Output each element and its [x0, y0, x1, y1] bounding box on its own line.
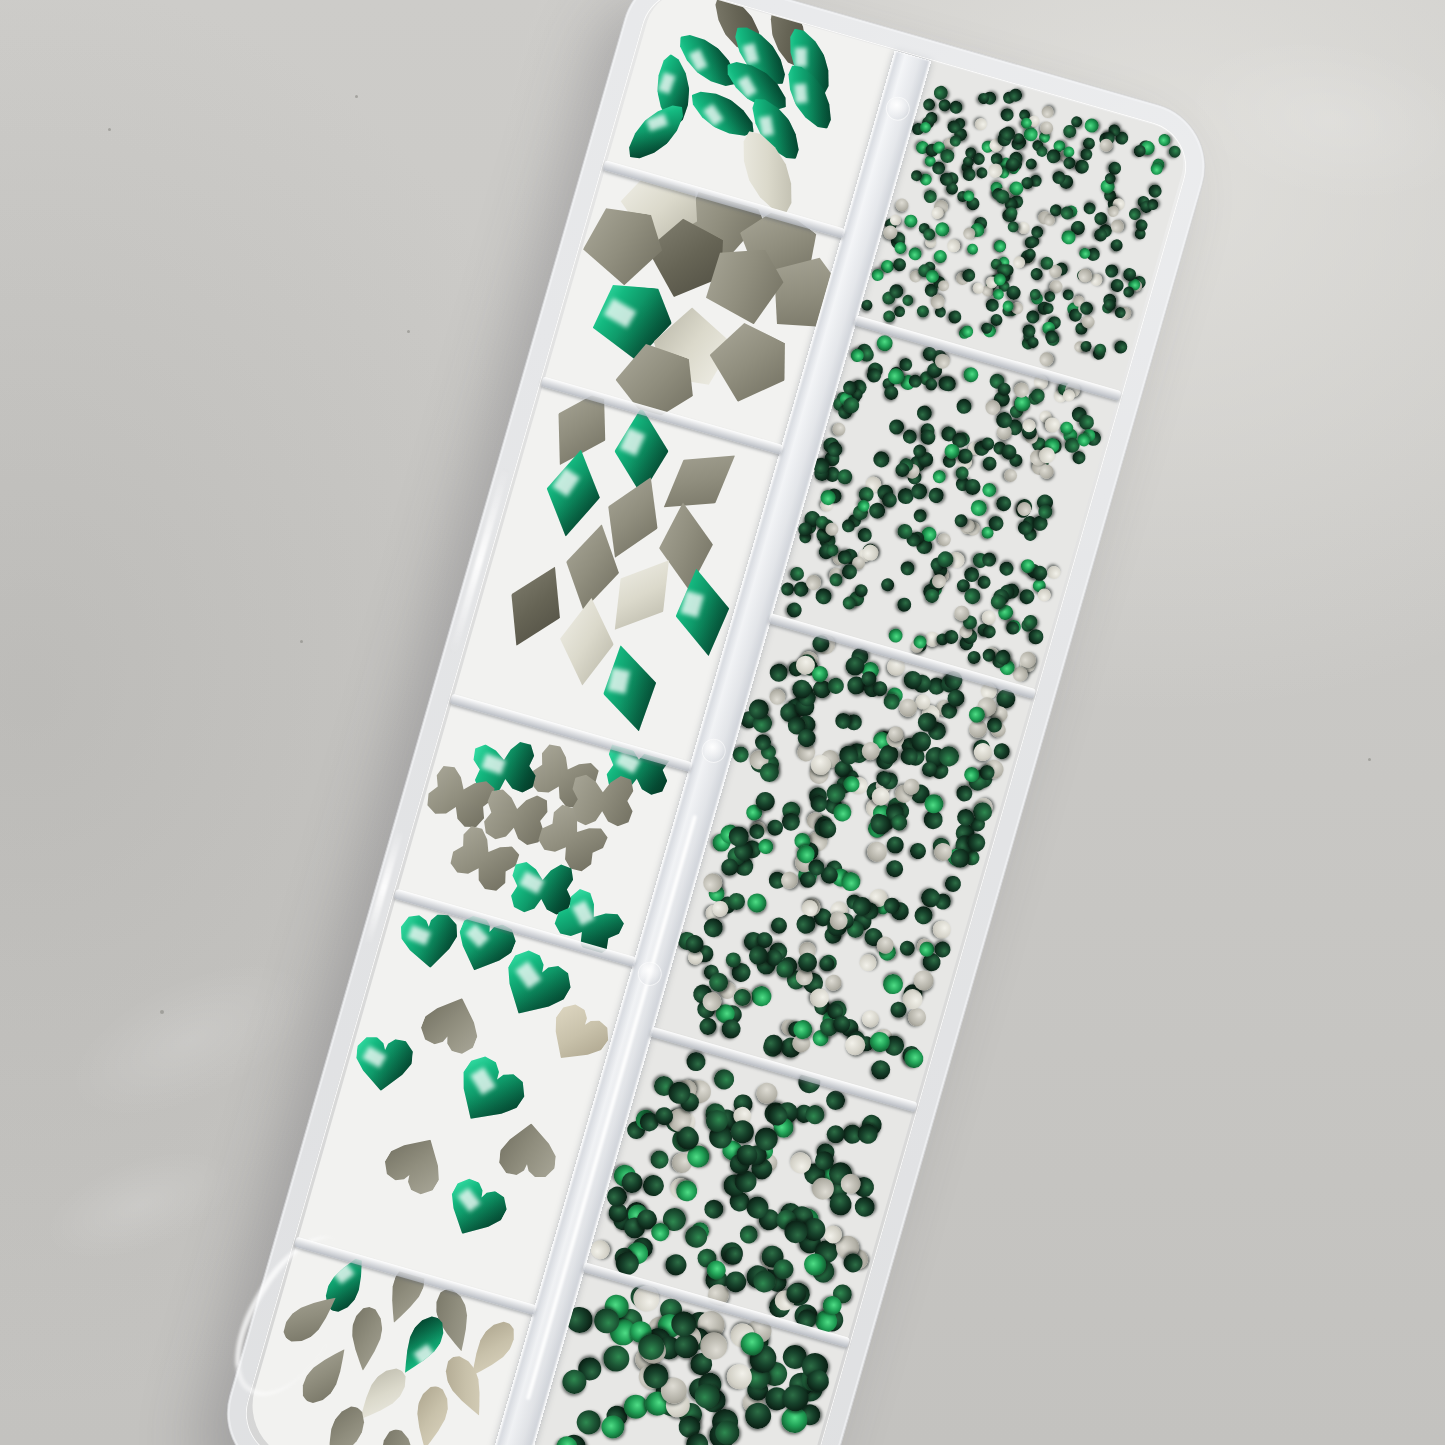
stone-round [903, 213, 919, 229]
stone-round [780, 581, 796, 597]
stone-round [898, 938, 918, 958]
stone-round [745, 891, 769, 915]
stone-round [782, 813, 800, 831]
stone-round [711, 1066, 738, 1093]
stone-round [700, 1333, 727, 1360]
stone-round [887, 627, 903, 643]
stone-round [831, 422, 847, 438]
stone-teardrop [342, 1304, 392, 1372]
stone-round [913, 970, 933, 990]
stone-round [871, 268, 884, 281]
stone-round [824, 1225, 843, 1244]
stone-round [1167, 144, 1182, 159]
stone-round [832, 803, 851, 822]
dust-speck [108, 128, 111, 131]
stone-round [1045, 564, 1063, 582]
stone-round [898, 558, 918, 578]
stone-round [1013, 256, 1025, 268]
stone-round [963, 367, 979, 383]
stone-round [757, 838, 774, 855]
stone-round [856, 950, 880, 974]
stone-round [972, 116, 989, 133]
stone-round [1083, 202, 1097, 216]
stone-round [694, 1383, 719, 1408]
stone-round [975, 166, 988, 179]
stone-round [988, 163, 1003, 178]
stone-round [1039, 351, 1055, 367]
stone-round [916, 405, 933, 422]
stone-round [971, 500, 987, 516]
stone-round [1104, 264, 1119, 279]
stone-round [785, 601, 803, 619]
stone-heart [378, 1125, 456, 1201]
stone-heart [537, 997, 616, 1075]
dust-speck [160, 1010, 164, 1014]
stone-round [947, 239, 961, 253]
stone-round [981, 608, 998, 625]
stone-round [702, 917, 724, 939]
stone-butterfly [443, 820, 525, 900]
stone-round [1083, 118, 1100, 135]
stone-round [954, 606, 969, 621]
stone-round [889, 1001, 907, 1019]
stone-heart [497, 1120, 560, 1180]
dust-speck [300, 640, 303, 643]
stone-teardrop [374, 1428, 422, 1445]
stone-round [907, 841, 928, 862]
stone-round [1004, 469, 1017, 482]
stone-round [766, 660, 791, 685]
stone-round [861, 1009, 881, 1029]
stone-round [726, 952, 741, 967]
stone-round [1009, 87, 1024, 102]
stone-round [1109, 237, 1126, 254]
stone-round [885, 835, 906, 856]
stone-round [880, 577, 895, 592]
stone-round [1044, 416, 1062, 434]
stone-round [738, 1223, 760, 1245]
stone-round [905, 245, 924, 264]
surface-smudge [1168, 15, 1445, 225]
stone-round [663, 1251, 690, 1278]
stone-round [789, 566, 805, 582]
surface-smudge [31, 1129, 250, 1282]
stone-round [720, 858, 739, 877]
stone-round [1046, 149, 1060, 163]
stone-round [1110, 338, 1129, 357]
stone-round [818, 819, 837, 838]
stone-round [940, 148, 955, 163]
stone-round [1147, 183, 1164, 200]
box-tray [643, 0, 1220, 123]
rhinestone-box [213, 0, 1220, 1445]
stone-heart [352, 1034, 415, 1094]
stone-round [750, 985, 773, 1008]
stone-round [823, 1089, 847, 1113]
stone-butterfly [571, 772, 635, 830]
stone-round [944, 875, 962, 893]
stone-round [883, 973, 905, 995]
stone-heart [443, 1049, 533, 1138]
stone-round [1028, 629, 1043, 644]
stone-round [893, 196, 911, 214]
stone-round [943, 629, 958, 644]
stone-rhombus [556, 595, 619, 688]
stone-round [901, 294, 914, 307]
stone-round [572, 1406, 604, 1438]
stone-round [999, 107, 1015, 123]
stone-round [883, 856, 907, 880]
stone-round [733, 747, 749, 763]
stone-round [602, 1343, 632, 1373]
stone-round [728, 893, 746, 911]
stone-round [996, 496, 1012, 512]
stone-round [936, 532, 952, 548]
stone-round [926, 486, 945, 505]
stone-round [1038, 505, 1052, 519]
stone-round [860, 298, 874, 312]
stone-round [855, 525, 874, 544]
stone-round [685, 1051, 707, 1073]
stone-round [982, 482, 996, 496]
stone-rhombus [539, 445, 607, 541]
stone-round [965, 241, 981, 257]
stone-round [647, 1147, 672, 1172]
stone-round [968, 651, 982, 665]
stone-round [992, 238, 1008, 254]
dust-speck [355, 95, 358, 98]
stone-round [1158, 133, 1172, 147]
stone-round [1110, 219, 1125, 234]
stone-round [1039, 104, 1056, 121]
stone-round [870, 449, 892, 471]
stone-round [931, 468, 948, 485]
stone-round [824, 974, 842, 992]
stone-round [980, 455, 999, 474]
stone-heart [437, 1173, 514, 1248]
stone-round [935, 354, 951, 370]
stone-round [1024, 157, 1038, 171]
stone-teardrop [289, 1336, 362, 1414]
stone-heart [415, 987, 488, 1058]
stone-round [916, 305, 929, 318]
surface-smudge [47, 931, 333, 1150]
stone-round [912, 506, 930, 524]
dust-speck [1368, 758, 1371, 761]
stone-round [1017, 588, 1035, 606]
stone-round [953, 396, 975, 418]
photo-scene [0, 0, 1445, 1445]
stone-round [998, 560, 1015, 577]
stone-round [906, 1007, 927, 1028]
stone-round [890, 256, 908, 274]
stone-round [639, 1172, 667, 1200]
stone-round [590, 1239, 611, 1260]
stone-round [826, 1125, 844, 1143]
stone-round [768, 915, 790, 937]
stone-round [853, 1196, 876, 1219]
stone-round [1108, 205, 1120, 217]
stone-round [972, 282, 984, 294]
stone-round [933, 920, 951, 938]
stone-teardrop [403, 1382, 458, 1445]
stone-round [704, 1199, 723, 1218]
stone-round [921, 96, 938, 113]
stone-heart [400, 913, 460, 969]
dust-speck [407, 330, 410, 333]
stone-round [895, 596, 913, 614]
stone-round [948, 310, 962, 324]
stone-round [868, 1057, 894, 1083]
stone-round [963, 190, 975, 202]
stone-round [903, 1048, 924, 1069]
